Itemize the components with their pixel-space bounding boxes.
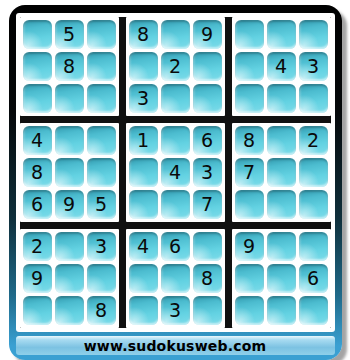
box-2-3: 827 <box>232 123 331 222</box>
cell-r5c2[interactable] <box>55 158 84 187</box>
cell-r8c1[interactable]: 9 <box>23 264 52 293</box>
cell-r1c9[interactable] <box>299 20 328 49</box>
cell-r6c3[interactable]: 5 <box>87 190 116 219</box>
cell-r8c2[interactable] <box>55 264 84 293</box>
board-inner: 5889234348695164378272398468396 www.sudo… <box>16 13 335 355</box>
cell-r8c7[interactable] <box>235 264 264 293</box>
cell-r4c8[interactable] <box>267 126 296 155</box>
cell-r1c7[interactable] <box>235 20 264 49</box>
cell-r3c3[interactable] <box>87 84 116 113</box>
cell-r3c9[interactable] <box>299 84 328 113</box>
cell-r5c8[interactable] <box>267 158 296 187</box>
board-footer: www.sudokusweb.com <box>16 336 335 355</box>
cell-r1c5[interactable] <box>161 20 190 49</box>
cell-r2c7[interactable] <box>235 52 264 81</box>
cell-r4c3[interactable] <box>87 126 116 155</box>
cell-r5c4[interactable] <box>129 158 158 187</box>
cell-r7c9[interactable] <box>299 232 328 261</box>
cell-r9c7[interactable] <box>235 296 264 325</box>
cell-r4c7[interactable]: 8 <box>235 126 264 155</box>
cell-r7c1[interactable]: 2 <box>23 232 52 261</box>
box-3-1: 2398 <box>20 229 119 328</box>
cell-r1c1[interactable] <box>23 20 52 49</box>
cell-r3c6[interactable] <box>193 84 222 113</box>
box-1-3: 43 <box>232 17 331 116</box>
cell-r3c7[interactable] <box>235 84 264 113</box>
cell-r3c1[interactable] <box>23 84 52 113</box>
cell-r7c7[interactable]: 9 <box>235 232 264 261</box>
cell-r5c1[interactable]: 8 <box>23 158 52 187</box>
cell-r8c9[interactable]: 6 <box>299 264 328 293</box>
cell-r1c8[interactable] <box>267 20 296 49</box>
cell-r4c6[interactable]: 6 <box>193 126 222 155</box>
cell-r6c2[interactable]: 9 <box>55 190 84 219</box>
cell-r2c2[interactable]: 8 <box>55 52 84 81</box>
cell-r6c1[interactable]: 6 <box>23 190 52 219</box>
cell-r9c1[interactable] <box>23 296 52 325</box>
box-3-2: 4683 <box>126 229 225 328</box>
cell-r4c1[interactable]: 4 <box>23 126 52 155</box>
box-1-1: 58 <box>20 17 119 116</box>
cell-r3c2[interactable] <box>55 84 84 113</box>
cell-r9c4[interactable] <box>129 296 158 325</box>
cell-r6c5[interactable] <box>161 190 190 219</box>
cell-r5c9[interactable] <box>299 158 328 187</box>
cell-r8c5[interactable] <box>161 264 190 293</box>
box-2-1: 48695 <box>20 123 119 222</box>
cell-r7c6[interactable] <box>193 232 222 261</box>
grid-panel: 5889234348695164378272398468396 <box>16 13 335 332</box>
cell-r4c5[interactable] <box>161 126 190 155</box>
cell-r7c4[interactable]: 4 <box>129 232 158 261</box>
box-2-2: 16437 <box>126 123 225 222</box>
cell-r4c4[interactable]: 1 <box>129 126 158 155</box>
cell-r2c8[interactable]: 4 <box>267 52 296 81</box>
cell-r7c8[interactable] <box>267 232 296 261</box>
cell-r5c5[interactable]: 4 <box>161 158 190 187</box>
cell-r4c2[interactable] <box>55 126 84 155</box>
cell-r9c3[interactable]: 8 <box>87 296 116 325</box>
cell-r6c8[interactable] <box>267 190 296 219</box>
cell-r5c6[interactable]: 3 <box>193 158 222 187</box>
cell-r1c4[interactable]: 8 <box>129 20 158 49</box>
cell-r8c4[interactable] <box>129 264 158 293</box>
cell-r7c2[interactable] <box>55 232 84 261</box>
cell-r1c6[interactable]: 9 <box>193 20 222 49</box>
cell-r9c2[interactable] <box>55 296 84 325</box>
cell-r8c3[interactable] <box>87 264 116 293</box>
cell-r5c3[interactable] <box>87 158 116 187</box>
cell-r9c5[interactable]: 3 <box>161 296 190 325</box>
cell-r4c9[interactable]: 2 <box>299 126 328 155</box>
cell-r3c5[interactable] <box>161 84 190 113</box>
cell-r3c4[interactable]: 3 <box>129 84 158 113</box>
box-1-2: 8923 <box>126 17 225 116</box>
sudoku-board: 5889234348695164378272398468396 www.sudo… <box>9 5 342 360</box>
cell-r7c3[interactable]: 3 <box>87 232 116 261</box>
cell-r9c6[interactable] <box>193 296 222 325</box>
sudoku-grid: 5889234348695164378272398468396 <box>20 17 331 328</box>
cell-r5c7[interactable]: 7 <box>235 158 264 187</box>
cell-r6c9[interactable] <box>299 190 328 219</box>
cell-r9c8[interactable] <box>267 296 296 325</box>
cell-r2c9[interactable]: 3 <box>299 52 328 81</box>
cell-r2c6[interactable] <box>193 52 222 81</box>
cell-r3c8[interactable] <box>267 84 296 113</box>
cell-r2c1[interactable] <box>23 52 52 81</box>
cell-r6c4[interactable] <box>129 190 158 219</box>
site-link[interactable]: www.sudokusweb.com <box>84 338 267 354</box>
cell-r7c5[interactable]: 6 <box>161 232 190 261</box>
cell-r8c8[interactable] <box>267 264 296 293</box>
cell-r6c6[interactable]: 7 <box>193 190 222 219</box>
cell-r2c5[interactable]: 2 <box>161 52 190 81</box>
cell-r2c3[interactable] <box>87 52 116 81</box>
cell-r2c4[interactable] <box>129 52 158 81</box>
cell-r1c3[interactable] <box>87 20 116 49</box>
box-3-3: 96 <box>232 229 331 328</box>
cell-r8c6[interactable]: 8 <box>193 264 222 293</box>
cell-r6c7[interactable] <box>235 190 264 219</box>
cell-r1c2[interactable]: 5 <box>55 20 84 49</box>
cell-r9c9[interactable] <box>299 296 328 325</box>
